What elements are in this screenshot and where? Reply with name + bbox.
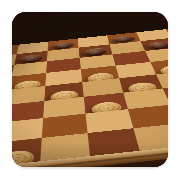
board-square: [133, 123, 168, 150]
board-photo-scene: ●●●●●●●●●●●●: [12, 12, 168, 167]
checkers-board: ●●●●●●●●●●●●: [12, 26, 168, 167]
checkers-app-icon[interactable]: ●●●●●●●●●●●●: [12, 12, 168, 167]
app-icon-canvas: ●●●●●●●●●●●●: [0, 0, 180, 180]
board-perspective-wrapper: ●●●●●●●●●●●●: [12, 12, 168, 167]
